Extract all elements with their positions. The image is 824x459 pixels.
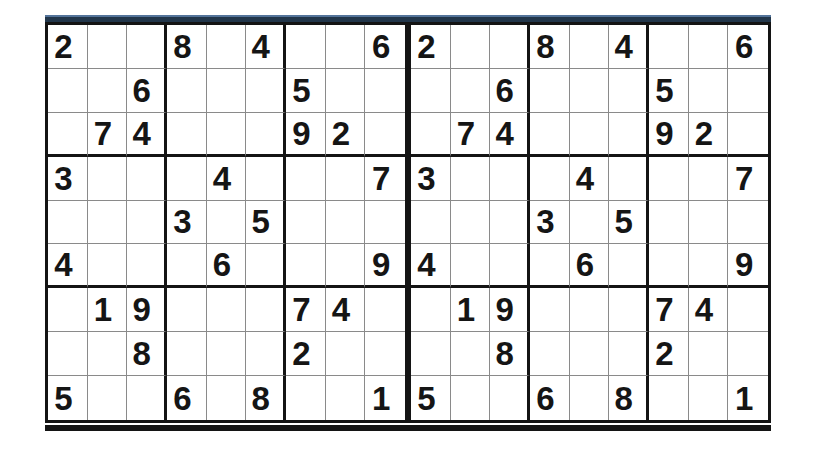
sudoku-cell[interactable] bbox=[88, 25, 128, 69]
sudoku-cell[interactable]: 9 bbox=[649, 113, 689, 157]
sudoku-cell[interactable]: 8 bbox=[127, 332, 167, 376]
cell-digit: 2 bbox=[54, 30, 72, 63]
sudoku-cell[interactable]: 3 bbox=[167, 201, 207, 245]
sudoku-cell[interactable] bbox=[570, 25, 610, 69]
sudoku-cell[interactable] bbox=[689, 332, 729, 376]
sudoku-cell[interactable]: 1 bbox=[728, 376, 768, 420]
sudoku-cell[interactable]: 3 bbox=[411, 157, 451, 201]
sudoku-cell[interactable]: 7 bbox=[728, 157, 768, 201]
sudoku-cell[interactable] bbox=[326, 25, 366, 69]
sudoku-cell[interactable] bbox=[246, 157, 286, 201]
sudoku-cell[interactable] bbox=[167, 157, 207, 201]
sudoku-cell[interactable] bbox=[728, 288, 768, 332]
puzzle-page: 2846657492347354691974825681 28466574923… bbox=[45, 15, 771, 431]
cell-digit: 4 bbox=[495, 117, 513, 150]
sudoku-cell[interactable]: 7 bbox=[649, 288, 689, 332]
sudoku-cell[interactable] bbox=[649, 157, 689, 201]
sudoku-cell[interactable] bbox=[127, 157, 167, 201]
sudoku-cell[interactable] bbox=[530, 244, 570, 288]
sudoku-cell[interactable] bbox=[88, 157, 128, 201]
sudoku-cell[interactable] bbox=[689, 244, 729, 288]
cell-digit: 5 bbox=[655, 74, 673, 107]
sudoku-cell[interactable] bbox=[167, 69, 207, 113]
cell-digit: 1 bbox=[457, 293, 475, 326]
sudoku-cell[interactable] bbox=[365, 332, 405, 376]
sudoku-cell[interactable] bbox=[127, 201, 167, 245]
sudoku-cell[interactable]: 9 bbox=[127, 288, 167, 332]
sudoku-cell[interactable] bbox=[246, 244, 286, 288]
sudoku-cell[interactable] bbox=[207, 201, 247, 245]
sudoku-cell[interactable] bbox=[88, 332, 128, 376]
cell-digit: 6 bbox=[576, 248, 594, 281]
sudoku-cell[interactable]: 6 bbox=[365, 25, 405, 69]
sudoku-cell[interactable]: 8 bbox=[246, 376, 286, 420]
cell-digit: 7 bbox=[94, 117, 112, 150]
cell-digit: 8 bbox=[536, 30, 554, 63]
page-top-edge-bar bbox=[45, 15, 771, 22]
sudoku-cell[interactable]: 4 bbox=[609, 25, 649, 69]
cell-digit: 8 bbox=[173, 30, 191, 63]
sudoku-cell[interactable] bbox=[649, 25, 689, 69]
cell-digit: 9 bbox=[735, 248, 753, 281]
sudoku-cell[interactable] bbox=[609, 288, 649, 332]
sudoku-cell[interactable] bbox=[48, 113, 88, 157]
sudoku-cell[interactable]: 9 bbox=[728, 244, 768, 288]
sudoku-cell[interactable] bbox=[570, 201, 610, 245]
sudoku-cell[interactable]: 4 bbox=[411, 244, 451, 288]
sudoku-cell[interactable]: 7 bbox=[451, 113, 491, 157]
sudoku-cell[interactable] bbox=[451, 201, 491, 245]
sudoku-cell[interactable] bbox=[48, 288, 88, 332]
sudoku-cell[interactable] bbox=[326, 376, 366, 420]
sudoku-cell[interactable]: 6 bbox=[570, 244, 610, 288]
sudoku-cell[interactable] bbox=[689, 376, 729, 420]
cell-digit: 4 bbox=[332, 293, 350, 326]
sudoku-cell[interactable]: 7 bbox=[286, 288, 326, 332]
cell-digit: 8 bbox=[251, 382, 269, 415]
sudoku-cell[interactable] bbox=[728, 113, 768, 157]
cell-digit: 9 bbox=[132, 293, 150, 326]
cell-digit: 2 bbox=[332, 117, 350, 150]
cell-digit: 6 bbox=[536, 382, 554, 415]
sudoku-cell[interactable] bbox=[530, 113, 570, 157]
cell-digit: 3 bbox=[173, 205, 191, 238]
sudoku-cell[interactable] bbox=[88, 244, 128, 288]
sudoku-cell[interactable] bbox=[530, 69, 570, 113]
sudoku-cell[interactable] bbox=[451, 244, 491, 288]
sudoku-cell[interactable] bbox=[411, 288, 451, 332]
sudoku-cell[interactable] bbox=[570, 113, 610, 157]
cell-digit: 3 bbox=[54, 162, 72, 195]
sudoku-cell[interactable] bbox=[88, 201, 128, 245]
sudoku-cell[interactable]: 7 bbox=[88, 113, 128, 157]
sudoku-cell[interactable]: 5 bbox=[411, 376, 451, 420]
cell-digit: 9 bbox=[655, 117, 673, 150]
sudoku-cell[interactable] bbox=[246, 69, 286, 113]
sudoku-cell[interactable]: 4 bbox=[246, 25, 286, 69]
cell-digit: 4 bbox=[576, 162, 594, 195]
sudoku-cell[interactable] bbox=[326, 332, 366, 376]
sudoku-cell[interactable] bbox=[286, 25, 326, 69]
sudoku-cell[interactable] bbox=[326, 157, 366, 201]
sudoku-cell[interactable] bbox=[326, 244, 366, 288]
sudoku-cell[interactable]: 3 bbox=[530, 201, 570, 245]
sudoku-cell[interactable] bbox=[326, 201, 366, 245]
sudoku-cell[interactable]: 7 bbox=[365, 157, 405, 201]
sudoku-cell[interactable]: 1 bbox=[365, 376, 405, 420]
cell-digit: 7 bbox=[457, 117, 475, 150]
sudoku-cell[interactable] bbox=[570, 69, 610, 113]
sudoku-cell[interactable] bbox=[570, 376, 610, 420]
cell-digit: 6 bbox=[372, 30, 390, 63]
sudoku-cell[interactable] bbox=[167, 244, 207, 288]
cell-digit: 4 bbox=[417, 248, 435, 281]
cell-digit: 5 bbox=[292, 74, 310, 107]
sudoku-cell[interactable]: 4 bbox=[207, 157, 247, 201]
cell-digit: 8 bbox=[495, 337, 513, 370]
sudoku-cell[interactable] bbox=[530, 288, 570, 332]
sudoku-grids-row: 2846657492347354691974825681 28466574923… bbox=[45, 22, 771, 423]
sudoku-cell[interactable]: 5 bbox=[246, 201, 286, 245]
sudoku-cell[interactable] bbox=[207, 69, 247, 113]
sudoku-cell[interactable] bbox=[490, 376, 530, 420]
sudoku-cell[interactable]: 2 bbox=[286, 332, 326, 376]
sudoku-grid-right: 2846657492347354691974825681 bbox=[408, 22, 771, 423]
sudoku-cell[interactable] bbox=[689, 157, 729, 201]
sudoku-cell[interactable] bbox=[411, 332, 451, 376]
sudoku-cell[interactable] bbox=[246, 332, 286, 376]
cell-digit: 8 bbox=[614, 382, 632, 415]
sudoku-cell[interactable] bbox=[167, 288, 207, 332]
sudoku-cell[interactable] bbox=[689, 69, 729, 113]
cell-digit: 4 bbox=[132, 117, 150, 150]
sudoku-cell[interactable]: 6 bbox=[127, 69, 167, 113]
cell-digit: 9 bbox=[495, 293, 513, 326]
cell-digit: 5 bbox=[251, 205, 269, 238]
sudoku-cell[interactable] bbox=[365, 113, 405, 157]
sudoku-cell[interactable] bbox=[609, 244, 649, 288]
sudoku-cell[interactable]: 6 bbox=[490, 69, 530, 113]
cell-digit: 1 bbox=[372, 382, 390, 415]
cell-digit: 3 bbox=[536, 205, 554, 238]
sudoku-cell[interactable]: 6 bbox=[207, 244, 247, 288]
cell-digit: 4 bbox=[54, 248, 72, 281]
sudoku-cell[interactable] bbox=[127, 244, 167, 288]
sudoku-cell[interactable] bbox=[490, 244, 530, 288]
sudoku-cell[interactable] bbox=[411, 201, 451, 245]
sudoku-cell[interactable] bbox=[411, 113, 451, 157]
sudoku-cell[interactable] bbox=[48, 332, 88, 376]
sudoku-cell[interactable]: 4 bbox=[689, 288, 729, 332]
sudoku-cell[interactable] bbox=[167, 332, 207, 376]
sudoku-cell[interactable] bbox=[570, 288, 610, 332]
cell-digit: 6 bbox=[735, 30, 753, 63]
sudoku-cell[interactable]: 4 bbox=[570, 157, 610, 201]
cell-digit: 5 bbox=[54, 382, 72, 415]
sudoku-cell[interactable] bbox=[207, 376, 247, 420]
cell-digit: 2 bbox=[292, 337, 310, 370]
cell-digit: 1 bbox=[94, 293, 112, 326]
sudoku-cell[interactable]: 5 bbox=[649, 69, 689, 113]
cell-digit: 9 bbox=[292, 117, 310, 150]
sudoku-cell[interactable]: 6 bbox=[530, 376, 570, 420]
cell-digit: 5 bbox=[417, 382, 435, 415]
sudoku-cell[interactable] bbox=[451, 157, 491, 201]
sudoku-cell[interactable] bbox=[88, 69, 128, 113]
sudoku-cell[interactable]: 5 bbox=[286, 69, 326, 113]
sudoku-cell[interactable] bbox=[490, 157, 530, 201]
cell-digit: 4 bbox=[695, 293, 713, 326]
sudoku-grid-left: 2846657492347354691974825681 bbox=[45, 22, 408, 423]
sudoku-cell[interactable]: 4 bbox=[490, 113, 530, 157]
sudoku-cell[interactable] bbox=[451, 332, 491, 376]
sudoku-cell[interactable] bbox=[490, 201, 530, 245]
sudoku-cell[interactable] bbox=[649, 376, 689, 420]
sudoku-cell[interactable] bbox=[649, 244, 689, 288]
cell-digit: 4 bbox=[251, 30, 269, 63]
sudoku-cell[interactable] bbox=[246, 113, 286, 157]
sudoku-cell[interactable] bbox=[127, 25, 167, 69]
sudoku-cell[interactable] bbox=[728, 69, 768, 113]
sudoku-cell[interactable] bbox=[530, 157, 570, 201]
page-bottom-rule bbox=[45, 425, 771, 431]
sudoku-cell[interactable] bbox=[451, 25, 491, 69]
sudoku-cell[interactable] bbox=[728, 332, 768, 376]
cell-digit: 4 bbox=[213, 162, 231, 195]
sudoku-cell[interactable]: 2 bbox=[326, 113, 366, 157]
cell-digit: 7 bbox=[655, 293, 673, 326]
sudoku-cell[interactable] bbox=[286, 244, 326, 288]
cell-digit: 9 bbox=[372, 248, 390, 281]
cell-digit: 2 bbox=[695, 117, 713, 150]
sudoku-cell[interactable] bbox=[411, 69, 451, 113]
sudoku-cell[interactable]: 3 bbox=[48, 157, 88, 201]
sudoku-cell[interactable] bbox=[609, 157, 649, 201]
sudoku-cell[interactable] bbox=[286, 157, 326, 201]
sudoku-cell[interactable] bbox=[127, 376, 167, 420]
sudoku-cell[interactable]: 4 bbox=[48, 244, 88, 288]
sudoku-cell[interactable] bbox=[365, 201, 405, 245]
sudoku-cell[interactable] bbox=[48, 69, 88, 113]
sudoku-cell[interactable] bbox=[326, 69, 366, 113]
sudoku-cell[interactable] bbox=[286, 376, 326, 420]
cell-digit: 8 bbox=[132, 337, 150, 370]
sudoku-cell[interactable] bbox=[451, 69, 491, 113]
sudoku-cell[interactable] bbox=[609, 69, 649, 113]
sudoku-cell[interactable] bbox=[609, 332, 649, 376]
sudoku-cell[interactable]: 5 bbox=[48, 376, 88, 420]
sudoku-cell[interactable] bbox=[570, 332, 610, 376]
sudoku-cell[interactable]: 6 bbox=[167, 376, 207, 420]
sudoku-cell[interactable]: 2 bbox=[689, 113, 729, 157]
sudoku-cell[interactable]: 9 bbox=[490, 288, 530, 332]
sudoku-cell[interactable]: 4 bbox=[326, 288, 366, 332]
cell-digit: 4 bbox=[614, 30, 632, 63]
sudoku-cell[interactable]: 2 bbox=[411, 25, 451, 69]
sudoku-cell[interactable] bbox=[451, 376, 491, 420]
sudoku-cell[interactable] bbox=[207, 332, 247, 376]
cell-digit: 7 bbox=[372, 162, 390, 195]
sudoku-cell[interactable] bbox=[365, 69, 405, 113]
sudoku-cell[interactable]: 2 bbox=[649, 332, 689, 376]
sudoku-cell[interactable] bbox=[246, 288, 286, 332]
sudoku-cell[interactable] bbox=[728, 201, 768, 245]
sudoku-cell[interactable]: 8 bbox=[609, 376, 649, 420]
sudoku-cell[interactable]: 2 bbox=[48, 25, 88, 69]
cell-digit: 6 bbox=[495, 74, 513, 107]
sudoku-cell[interactable] bbox=[48, 201, 88, 245]
cell-digit: 5 bbox=[614, 205, 632, 238]
cell-digit: 7 bbox=[292, 293, 310, 326]
sudoku-cell[interactable] bbox=[286, 201, 326, 245]
sudoku-cell[interactable] bbox=[689, 25, 729, 69]
sudoku-cell[interactable]: 8 bbox=[530, 25, 570, 69]
sudoku-cell[interactable]: 9 bbox=[365, 244, 405, 288]
cell-digit: 6 bbox=[213, 248, 231, 281]
sudoku-cell[interactable] bbox=[609, 113, 649, 157]
cell-digit: 2 bbox=[655, 337, 673, 370]
sudoku-cell[interactable] bbox=[88, 376, 128, 420]
cell-digit: 3 bbox=[417, 162, 435, 195]
sudoku-cell[interactable] bbox=[689, 201, 729, 245]
cell-digit: 7 bbox=[735, 162, 753, 195]
sudoku-cell[interactable] bbox=[207, 288, 247, 332]
sudoku-cell[interactable] bbox=[167, 113, 207, 157]
sudoku-cell[interactable]: 5 bbox=[609, 201, 649, 245]
sudoku-cell[interactable] bbox=[530, 332, 570, 376]
cell-digit: 2 bbox=[417, 30, 435, 63]
sudoku-cell[interactable]: 6 bbox=[728, 25, 768, 69]
cell-digit: 6 bbox=[132, 74, 150, 107]
sudoku-cell[interactable] bbox=[490, 25, 530, 69]
sudoku-cell[interactable]: 4 bbox=[127, 113, 167, 157]
cell-digit: 6 bbox=[173, 382, 191, 415]
sudoku-cell[interactable]: 1 bbox=[451, 288, 491, 332]
sudoku-cell[interactable]: 8 bbox=[167, 25, 207, 69]
sudoku-cell[interactable]: 1 bbox=[88, 288, 128, 332]
sudoku-cell[interactable]: 9 bbox=[286, 113, 326, 157]
cell-digit: 1 bbox=[735, 382, 753, 415]
sudoku-cell[interactable] bbox=[365, 288, 405, 332]
sudoku-cell[interactable]: 8 bbox=[490, 332, 530, 376]
sudoku-cell[interactable] bbox=[207, 25, 247, 69]
sudoku-cell[interactable] bbox=[649, 201, 689, 245]
sudoku-cell[interactable] bbox=[207, 113, 247, 157]
